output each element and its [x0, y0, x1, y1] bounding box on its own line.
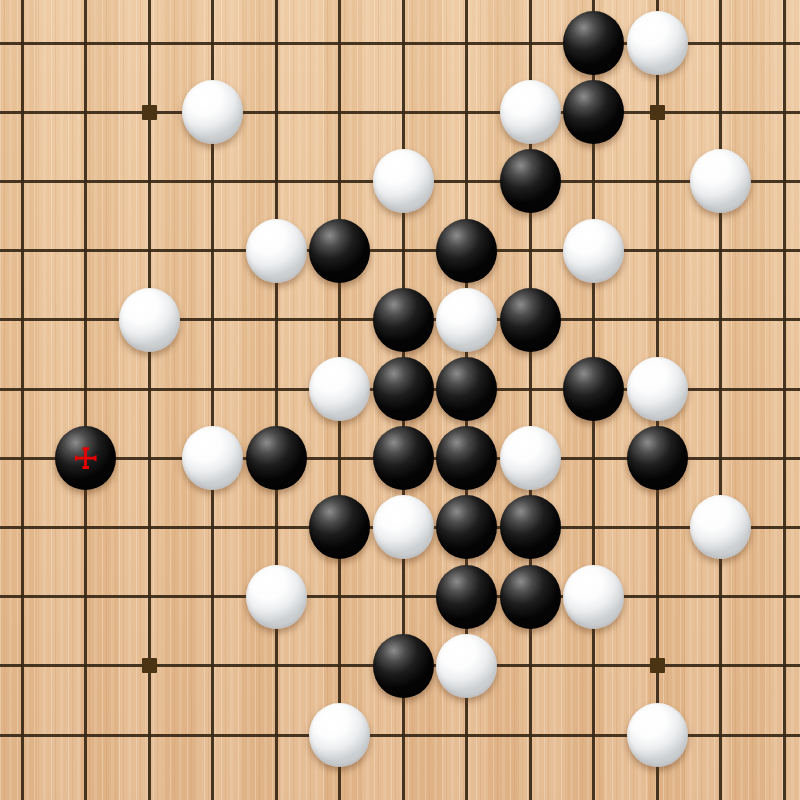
black-stone: [500, 149, 561, 213]
white-stone: [246, 219, 307, 283]
black-stone: [309, 219, 370, 283]
grid-line-horizontal: [0, 249, 800, 252]
white-stone: [627, 703, 688, 767]
white-stone: [563, 219, 624, 283]
white-stone: [690, 495, 751, 559]
black-stone: [563, 80, 624, 144]
black-stone: [436, 495, 497, 559]
black-stone: [436, 565, 497, 629]
white-stone: [436, 634, 497, 698]
grid-line-vertical: [84, 0, 87, 800]
grid-line-horizontal: [0, 595, 800, 598]
black-stone: [563, 11, 624, 75]
grid-line-horizontal: [0, 111, 800, 114]
white-stone: [563, 565, 624, 629]
gomoku-board[interactable]: [0, 0, 800, 800]
white-stone: [627, 11, 688, 75]
black-stone: [373, 357, 434, 421]
star-point: [142, 105, 157, 120]
white-stone: [500, 80, 561, 144]
white-stone: [373, 495, 434, 559]
black-stone: [627, 426, 688, 490]
white-stone: [309, 703, 370, 767]
star-point: [650, 105, 665, 120]
black-stone: [500, 288, 561, 352]
black-stone: [563, 357, 624, 421]
black-stone: [436, 426, 497, 490]
grid-line-vertical: [783, 0, 786, 800]
star-point: [650, 658, 665, 673]
black-stone: [246, 426, 307, 490]
white-stone: [182, 426, 243, 490]
white-stone: [373, 149, 434, 213]
white-stone: [182, 80, 243, 144]
grid-line-vertical: [275, 0, 278, 800]
black-stone: [373, 426, 434, 490]
black-stone: [373, 634, 434, 698]
last-move-marker: [75, 447, 97, 469]
white-stone: [309, 357, 370, 421]
grid-line-vertical: [148, 0, 151, 800]
white-stone: [500, 426, 561, 490]
grid-line-vertical: [21, 0, 24, 800]
star-point: [142, 658, 157, 673]
black-stone: [436, 357, 497, 421]
white-stone: [436, 288, 497, 352]
white-stone: [690, 149, 751, 213]
black-stone: [500, 565, 561, 629]
black-stone: [500, 495, 561, 559]
black-stone: [55, 426, 116, 490]
grid-line-vertical: [719, 0, 722, 800]
black-stone: [436, 219, 497, 283]
white-stone: [119, 288, 180, 352]
white-stone: [246, 565, 307, 629]
black-stone: [373, 288, 434, 352]
black-stone: [309, 495, 370, 559]
white-stone: [627, 357, 688, 421]
